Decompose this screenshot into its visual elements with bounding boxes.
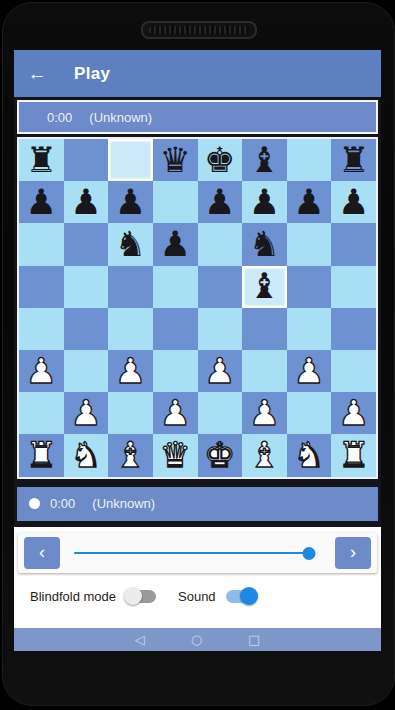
white-pawn-g3: ♟: [293, 354, 324, 389]
blindfold-toggle[interactable]: [126, 590, 156, 603]
square-h8[interactable]: ♜: [331, 139, 376, 181]
square-a4[interactable]: [19, 308, 64, 350]
white-turn-indicator-icon: [29, 498, 40, 509]
sound-toggle-thumb: [240, 587, 258, 605]
square-b6[interactable]: [64, 223, 109, 265]
square-d1[interactable]: ♛: [153, 434, 198, 476]
board-frame: ♜♛♚♝♜♟♟♟♟♟♟♟♞♟♞♝♟♟♟♟♟♟♟♟♜♞♝♛♚♝♞♜: [17, 137, 378, 479]
square-c3[interactable]: ♟: [108, 350, 153, 392]
white-knight-b1: ♞: [70, 438, 101, 473]
player-bar-bottom: 0:00 (Unknown): [17, 487, 378, 521]
android-nav-bar: ◁ ○ □: [14, 628, 381, 651]
blindfold-label: Blindfold mode: [30, 589, 116, 604]
square-d8[interactable]: ♛: [153, 139, 198, 181]
square-h2[interactable]: ♟: [331, 392, 376, 434]
square-c1[interactable]: ♝: [108, 434, 153, 476]
replay-slider[interactable]: [74, 543, 321, 563]
speaker-grille: [141, 21, 257, 39]
square-e5[interactable]: [198, 266, 243, 308]
board-zone: 0:00 (Unknown) ♜♛♚♝♜♟♟♟♟♟♟♟♞♟♞♝♟♟♟♟♟♟♟♟♜…: [14, 97, 381, 527]
back-arrow-icon[interactable]: ←: [14, 63, 60, 85]
square-h7[interactable]: ♟: [331, 181, 376, 223]
square-d4[interactable]: [153, 308, 198, 350]
square-f6[interactable]: ♞: [242, 223, 287, 265]
square-d3[interactable]: [153, 350, 198, 392]
android-recents-icon[interactable]: □: [248, 633, 260, 646]
white-pawn-d2: ♟: [159, 396, 190, 431]
white-bishop-c1: ♝: [115, 438, 146, 473]
replay-controls: ‹ ›: [18, 533, 377, 573]
square-g5[interactable]: [287, 266, 332, 308]
black-king-e8: ♚: [204, 143, 235, 178]
square-c8[interactable]: [108, 139, 153, 181]
android-home-icon[interactable]: ○: [191, 633, 202, 646]
square-c7[interactable]: ♟: [108, 181, 153, 223]
speaker-holes: [149, 26, 249, 34]
black-pawn-a7: ♟: [26, 185, 57, 220]
black-pawn-f7: ♟: [249, 185, 280, 220]
square-f3[interactable]: [242, 350, 287, 392]
black-knight-c6: ♞: [115, 227, 146, 262]
square-f2[interactable]: ♟: [242, 392, 287, 434]
square-g4[interactable]: [287, 308, 332, 350]
square-g1[interactable]: ♞: [287, 434, 332, 476]
square-h6[interactable]: [331, 223, 376, 265]
square-b8[interactable]: [64, 139, 109, 181]
square-b2[interactable]: ♟: [64, 392, 109, 434]
square-f5[interactable]: ♝: [242, 266, 287, 308]
square-f8[interactable]: ♝: [242, 139, 287, 181]
square-d7[interactable]: [153, 181, 198, 223]
square-b4[interactable]: [64, 308, 109, 350]
square-g7[interactable]: ♟: [287, 181, 332, 223]
black-bishop-f8: ♝: [249, 143, 280, 178]
square-f4[interactable]: [242, 308, 287, 350]
square-h3[interactable]: [331, 350, 376, 392]
top-player-name: (Unknown): [89, 110, 152, 125]
square-e7[interactable]: ♟: [198, 181, 243, 223]
square-g6[interactable]: [287, 223, 332, 265]
white-knight-g1: ♞: [293, 438, 324, 473]
square-g8[interactable]: [287, 139, 332, 181]
page-title: Play: [74, 64, 110, 84]
square-c4[interactable]: [108, 308, 153, 350]
top-player-clock: 0:00: [47, 110, 72, 125]
square-g3[interactable]: ♟: [287, 350, 332, 392]
white-rook-a1: ♜: [26, 438, 57, 473]
sound-toggle[interactable]: [226, 590, 256, 603]
replay-slider-thumb[interactable]: [302, 547, 315, 560]
app-screen: ← Play 0:00 (Unknown) ♜♛♚♝♜♟♟♟♟♟♟♟♞♟♞♝♟♟…: [14, 50, 381, 651]
white-king-e1: ♚: [204, 438, 235, 473]
black-pawn-c7: ♟: [115, 185, 146, 220]
white-bishop-f1: ♝: [249, 438, 280, 473]
sound-label: Sound: [178, 589, 216, 604]
black-pawn-g7: ♟: [293, 185, 324, 220]
replay-slider-track: [74, 552, 309, 555]
black-queen-d8: ♛: [159, 143, 190, 178]
prev-move-button[interactable]: ‹: [24, 537, 60, 569]
android-back-icon[interactable]: ◁: [135, 633, 145, 646]
square-a1[interactable]: ♜: [19, 434, 64, 476]
square-f7[interactable]: ♟: [242, 181, 287, 223]
square-b3[interactable]: [64, 350, 109, 392]
white-pawn-f2: ♟: [249, 396, 280, 431]
settings-row: Blindfold mode Sound: [30, 589, 381, 604]
black-rook-h8: ♜: [338, 143, 369, 178]
chess-board: ♜♛♚♝♜♟♟♟♟♟♟♟♞♟♞♝♟♟♟♟♟♟♟♟♜♞♝♛♚♝♞♜: [19, 139, 376, 477]
next-move-button[interactable]: ›: [335, 537, 371, 569]
square-h1[interactable]: ♜: [331, 434, 376, 476]
square-e4[interactable]: [198, 308, 243, 350]
square-d6[interactable]: ♟: [153, 223, 198, 265]
white-pawn-a3: ♟: [26, 354, 57, 389]
square-c5[interactable]: [108, 266, 153, 308]
square-a8[interactable]: ♜: [19, 139, 64, 181]
black-pawn-d6: ♟: [159, 227, 190, 262]
square-d2[interactable]: ♟: [153, 392, 198, 434]
black-rook-a8: ♜: [26, 143, 57, 178]
white-pawn-b2: ♟: [70, 396, 101, 431]
black-bishop-f5: ♝: [249, 269, 280, 304]
square-b5[interactable]: [64, 266, 109, 308]
square-e1[interactable]: ♚: [198, 434, 243, 476]
white-queen-d1: ♛: [159, 438, 190, 473]
square-e6[interactable]: [198, 223, 243, 265]
square-e8[interactable]: ♚: [198, 139, 243, 181]
square-e2[interactable]: [198, 392, 243, 434]
app-bar: ← Play: [14, 50, 381, 97]
square-c2[interactable]: [108, 392, 153, 434]
square-h5[interactable]: [331, 266, 376, 308]
square-e3[interactable]: ♟: [198, 350, 243, 392]
black-pawn-b7: ♟: [70, 185, 101, 220]
bottom-player-clock: 0:00: [50, 496, 75, 511]
player-bar-top: 0:00 (Unknown): [17, 100, 378, 134]
black-knight-f6: ♞: [249, 227, 280, 262]
square-c6[interactable]: ♞: [108, 223, 153, 265]
black-pawn-e7: ♟: [204, 185, 235, 220]
square-a7[interactable]: ♟: [19, 181, 64, 223]
lower-panel: ‹ › Blindfold mode Sound: [14, 527, 381, 629]
square-b1[interactable]: ♞: [64, 434, 109, 476]
square-b7[interactable]: ♟: [64, 181, 109, 223]
square-a3[interactable]: ♟: [19, 350, 64, 392]
square-a6[interactable]: [19, 223, 64, 265]
white-pawn-h2: ♟: [338, 396, 369, 431]
square-h4[interactable]: [331, 308, 376, 350]
bottom-player-name: (Unknown): [92, 496, 155, 511]
square-a5[interactable]: [19, 266, 64, 308]
square-a2[interactable]: [19, 392, 64, 434]
square-f1[interactable]: ♝: [242, 434, 287, 476]
white-rook-h1: ♜: [338, 438, 369, 473]
white-pawn-e3: ♟: [204, 354, 235, 389]
square-g2[interactable]: [287, 392, 332, 434]
white-pawn-c3: ♟: [115, 354, 146, 389]
blindfold-toggle-thumb: [124, 587, 142, 605]
square-d5[interactable]: [153, 266, 198, 308]
black-pawn-h7: ♟: [338, 185, 369, 220]
